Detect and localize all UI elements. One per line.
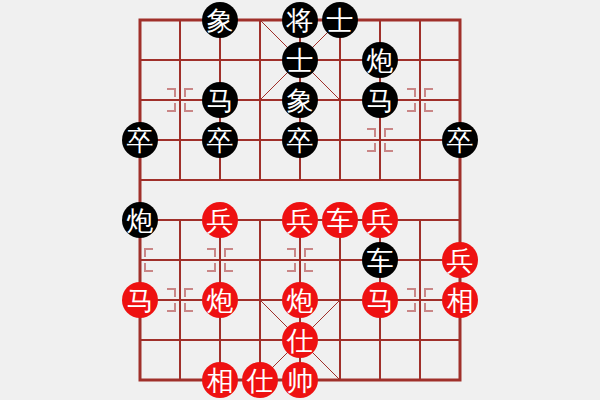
board-point[interactable] (240, 0, 280, 40)
board-point[interactable] (240, 280, 280, 320)
board-point[interactable] (320, 280, 360, 320)
piece-black-elephant[interactable]: 象 (202, 2, 238, 38)
piece-black-general[interactable]: 将 (282, 2, 318, 38)
piece-black-soldier[interactable]: 卒 (442, 122, 478, 158)
piece-red-soldier[interactable]: 兵 (282, 202, 318, 238)
board-point[interactable]: 炮 (120, 200, 160, 240)
board-point[interactable]: 马 (200, 80, 240, 120)
board-point[interactable] (120, 320, 160, 360)
piece-red-advisor[interactable]: 仕 (242, 362, 278, 398)
board-point[interactable]: 马 (360, 280, 400, 320)
board-point[interactable] (240, 40, 280, 80)
board-point[interactable] (160, 120, 200, 160)
board-point[interactable] (120, 360, 160, 400)
board-point[interactable]: 卒 (280, 120, 320, 160)
board-point[interactable] (360, 360, 400, 400)
board-point[interactable] (120, 40, 160, 80)
piece-red-cannon[interactable]: 炮 (202, 282, 238, 318)
board-point[interactable]: 卒 (200, 120, 240, 160)
board-point[interactable]: 兵 (360, 200, 400, 240)
board-point[interactable]: 士 (280, 40, 320, 80)
board-point[interactable] (360, 160, 400, 200)
piece-red-advisor[interactable]: 仕 (282, 322, 318, 358)
piece-black-advisor[interactable]: 士 (322, 2, 358, 38)
board-points: 象将士士炮马象马卒卒卒卒炮兵兵车兵车兵马炮炮马相仕相仕帅 (120, 0, 480, 400)
board-point[interactable] (160, 160, 200, 200)
piece-red-general[interactable]: 帅 (282, 362, 318, 398)
piece-red-soldier[interactable]: 兵 (362, 202, 398, 238)
board-point[interactable] (160, 40, 200, 80)
board-point[interactable] (160, 0, 200, 40)
board-point[interactable] (400, 40, 440, 80)
board-point[interactable]: 车 (320, 200, 360, 240)
board-point[interactable]: 仕 (240, 360, 280, 400)
board-point[interactable] (360, 120, 400, 160)
board-point[interactable]: 炮 (360, 40, 400, 80)
board-point[interactable]: 帅 (280, 360, 320, 400)
piece-black-soldier[interactable]: 卒 (122, 122, 158, 158)
xiangqi-board: 象将士士炮马象马卒卒卒卒炮兵兵车兵车兵马炮炮马相仕相仕帅 (120, 0, 480, 400)
piece-black-elephant[interactable]: 象 (282, 82, 318, 118)
board-point[interactable]: 兵 (200, 200, 240, 240)
board-point[interactable] (200, 240, 240, 280)
board-point[interactable] (440, 80, 480, 120)
board-point[interactable] (400, 160, 440, 200)
board-point[interactable] (280, 160, 320, 200)
board-point[interactable] (320, 120, 360, 160)
board-point[interactable] (160, 240, 200, 280)
board-point[interactable] (120, 160, 160, 200)
board-point[interactable] (320, 40, 360, 80)
board-point[interactable] (440, 0, 480, 40)
piece-red-horse[interactable]: 马 (362, 282, 398, 318)
board-point[interactable]: 马 (360, 80, 400, 120)
board-point[interactable] (360, 320, 400, 360)
board-point[interactable] (160, 200, 200, 240)
board-point[interactable]: 兵 (280, 200, 320, 240)
board-point[interactable]: 炮 (200, 280, 240, 320)
board-point[interactable]: 相 (200, 360, 240, 400)
board-point[interactable] (400, 240, 440, 280)
board-point[interactable] (200, 40, 240, 80)
board-point[interactable]: 仕 (280, 320, 320, 360)
board-point[interactable]: 马 (120, 280, 160, 320)
board-point[interactable]: 炮 (280, 280, 320, 320)
board-point[interactable] (400, 80, 440, 120)
piece-red-soldier[interactable]: 兵 (442, 242, 478, 278)
board-point[interactable] (240, 120, 280, 160)
piece-black-cannon[interactable]: 炮 (122, 202, 158, 238)
board-point[interactable]: 兵 (440, 240, 480, 280)
piece-red-elephant[interactable]: 相 (442, 282, 478, 318)
piece-black-soldier[interactable]: 卒 (282, 122, 318, 158)
board-point[interactable] (400, 0, 440, 40)
board-point[interactable] (440, 320, 480, 360)
board-point[interactable] (320, 320, 360, 360)
board-point[interactable] (440, 200, 480, 240)
piece-black-soldier[interactable]: 卒 (202, 122, 238, 158)
board-point[interactable] (320, 160, 360, 200)
board-point[interactable]: 卒 (440, 120, 480, 160)
board-point[interactable]: 象 (200, 0, 240, 40)
board-point[interactable] (320, 240, 360, 280)
piece-black-horse[interactable]: 马 (362, 82, 398, 118)
board-point[interactable] (120, 80, 160, 120)
board-point[interactable] (240, 160, 280, 200)
board-point[interactable] (160, 80, 200, 120)
piece-red-soldier[interactable]: 兵 (202, 202, 238, 238)
board-point[interactable] (320, 360, 360, 400)
board-point[interactable] (240, 240, 280, 280)
board-point[interactable] (280, 240, 320, 280)
board-point[interactable] (240, 200, 280, 240)
piece-red-chariot[interactable]: 车 (322, 202, 358, 238)
board-point[interactable] (440, 40, 480, 80)
board-point[interactable] (160, 360, 200, 400)
board-point[interactable]: 象 (280, 80, 320, 120)
board-point[interactable] (120, 240, 160, 280)
board-point[interactable] (400, 280, 440, 320)
board-point[interactable]: 相 (440, 280, 480, 320)
board-point[interactable]: 将 (280, 0, 320, 40)
board-point[interactable] (400, 200, 440, 240)
board-point[interactable] (160, 320, 200, 360)
board-point[interactable] (240, 320, 280, 360)
piece-black-cannon[interactable]: 炮 (362, 42, 398, 78)
board-point[interactable] (200, 160, 240, 200)
board-point[interactable] (320, 80, 360, 120)
board-point[interactable] (400, 120, 440, 160)
piece-red-elephant[interactable]: 相 (202, 362, 238, 398)
board-point[interactable] (240, 80, 280, 120)
board-point[interactable]: 卒 (120, 120, 160, 160)
board-point[interactable] (200, 320, 240, 360)
board-point[interactable] (160, 280, 200, 320)
piece-red-cannon[interactable]: 炮 (282, 282, 318, 318)
board-point[interactable] (120, 0, 160, 40)
board-point[interactable] (400, 320, 440, 360)
piece-black-chariot[interactable]: 车 (362, 242, 398, 278)
piece-black-horse[interactable]: 马 (202, 82, 238, 118)
board-point[interactable]: 车 (360, 240, 400, 280)
board-point[interactable]: 士 (320, 0, 360, 40)
board-point[interactable] (440, 160, 480, 200)
board-point[interactable] (400, 360, 440, 400)
board-point[interactable] (440, 360, 480, 400)
board-point[interactable] (360, 0, 400, 40)
xiangqi-app-window: 象将士士炮马象马卒卒卒卒炮兵兵车兵车兵马炮炮马相仕相仕帅 (0, 0, 600, 400)
piece-red-horse[interactable]: 马 (122, 282, 158, 318)
piece-black-advisor[interactable]: 士 (282, 42, 318, 78)
